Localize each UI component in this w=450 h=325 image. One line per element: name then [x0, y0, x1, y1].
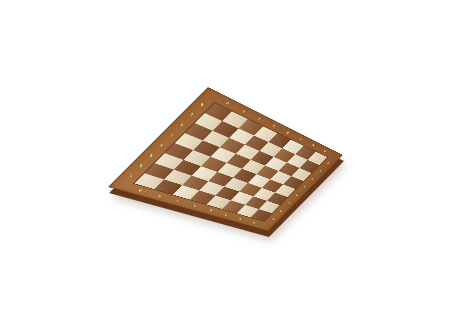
coord-label-rank-8: 8: [323, 158, 333, 169]
coord-label-file-f: F: [171, 195, 184, 207]
coord-label-file-d: D: [282, 127, 294, 138]
coord-label-rank-8: 8: [196, 97, 209, 111]
coord-label-file-b: B: [308, 140, 319, 150]
coord-label-file-b: B: [235, 214, 246, 225]
playing-field: [135, 103, 328, 221]
coord-label-file-c: C: [295, 134, 307, 145]
product-photo-stage: HGFEDCBA HGFEDCBA 12345678 12345678: [0, 0, 450, 325]
coord-label-file-e: E: [188, 200, 201, 211]
coord-label-file-c: C: [220, 209, 232, 220]
coord-label-file-h: H: [221, 97, 235, 109]
coord-label-file-d: D: [205, 205, 217, 216]
coord-label-file-g: G: [153, 190, 166, 202]
coord-label-file-e: E: [268, 120, 280, 131]
coord-label-file-f: F: [253, 113, 266, 125]
chess-board: HGFEDCBA HGFEDCBA 12345678 12345678: [108, 87, 343, 231]
coord-label-file-g: G: [237, 105, 250, 117]
coord-label-file-a: A: [319, 146, 330, 156]
coord-label-file-a: A: [248, 218, 259, 228]
coord-label-file-h: H: [133, 184, 147, 197]
